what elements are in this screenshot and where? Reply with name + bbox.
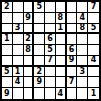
- sudoku-cell-r1c2[interactable]: [13, 2, 24, 13]
- sudoku-cell-r2c4[interactable]: [34, 13, 45, 24]
- sudoku-cell-r5c2[interactable]: [13, 45, 24, 56]
- sudoku-cell-r5c4[interactable]: [34, 45, 45, 56]
- sudoku-given-r7c2[interactable]: 1: [13, 67, 24, 78]
- sudoku-cell-r1c6[interactable]: [56, 2, 67, 13]
- sudoku-cell-r8c6[interactable]: [56, 77, 67, 88]
- sudoku-cell-r3c7[interactable]: [67, 24, 78, 35]
- sudoku-given-r3c9[interactable]: 5: [88, 24, 99, 35]
- sudoku-given-r7c1[interactable]: 5: [2, 67, 13, 78]
- sudoku-cell-r3c4[interactable]: [34, 24, 45, 35]
- sudoku-given-r4c1[interactable]: 1: [2, 34, 13, 45]
- sudoku-cell-r9c5[interactable]: [45, 88, 56, 99]
- sudoku-given-r8c2[interactable]: 4: [13, 77, 24, 88]
- sudoku-cell-r5c6[interactable]: [56, 45, 67, 56]
- sudoku-given-r4c3[interactable]: 2: [24, 34, 35, 45]
- sudoku-cell-r9c8[interactable]: [77, 88, 88, 99]
- sudoku-cell-r9c4[interactable]: [34, 88, 45, 99]
- sudoku-cell-r4c4[interactable]: [34, 34, 45, 45]
- sudoku-cell-r6c2[interactable]: [13, 56, 24, 67]
- sudoku-cell-r6c8[interactable]: [77, 56, 88, 67]
- sudoku-cell-r5c1[interactable]: [2, 45, 13, 56]
- sudoku-cell-r2c9[interactable]: [88, 13, 99, 24]
- sudoku-cell-r6c3[interactable]: [24, 56, 35, 67]
- sudoku-cell-r2c1[interactable]: [2, 13, 13, 24]
- sudoku-given-r2c6[interactable]: 8: [56, 13, 67, 24]
- sudoku-cell-r8c5[interactable]: [45, 77, 56, 88]
- sudoku-given-r1c1[interactable]: 2: [2, 2, 13, 13]
- sudoku-cell-r9c7[interactable]: [67, 88, 78, 99]
- sudoku-cell-r9c3[interactable]: [24, 88, 35, 99]
- sudoku-board-container: 25798431851268567945123497941: [0, 0, 101, 101]
- sudoku-cell-r5c8[interactable]: [77, 45, 88, 56]
- sudoku-given-r5c7[interactable]: 6: [67, 45, 78, 56]
- sudoku-given-r7c8[interactable]: 3: [77, 67, 88, 78]
- sudoku-cell-r6c6[interactable]: [56, 56, 67, 67]
- sudoku-given-r5c3[interactable]: 8: [24, 45, 35, 56]
- sudoku-cell-r4c8[interactable]: [77, 34, 88, 45]
- sudoku-cell-r8c9[interactable]: [88, 77, 99, 88]
- sudoku-cell-r2c7[interactable]: [67, 13, 78, 24]
- sudoku-given-r1c4[interactable]: 5: [34, 2, 45, 13]
- sudoku-cell-r1c3[interactable]: [24, 2, 35, 13]
- sudoku-given-r5c5[interactable]: 5: [45, 45, 56, 56]
- sudoku-given-r9c9[interactable]: 1: [88, 88, 99, 99]
- sudoku-cell-r3c3[interactable]: [24, 24, 35, 35]
- sudoku-cell-r1c7[interactable]: [67, 2, 78, 13]
- sudoku-cell-r7c3[interactable]: [24, 67, 35, 78]
- sudoku-cell-r1c5[interactable]: [45, 2, 56, 13]
- sudoku-cell-r9c2[interactable]: [13, 88, 24, 99]
- sudoku-cell-r2c2[interactable]: [13, 13, 24, 24]
- sudoku-cell-r4c2[interactable]: [13, 34, 24, 45]
- sudoku-cell-r3c1[interactable]: [2, 24, 13, 35]
- sudoku-cell-r4c7[interactable]: [67, 34, 78, 45]
- sudoku-cell-r8c8[interactable]: [77, 77, 88, 88]
- sudoku-cell-r8c1[interactable]: [2, 77, 13, 88]
- sudoku-given-r4c5[interactable]: 6: [45, 34, 56, 45]
- sudoku-cell-r1c8[interactable]: [77, 2, 88, 13]
- sudoku-cell-r8c3[interactable]: [24, 77, 35, 88]
- sudoku-given-r6c9[interactable]: 4: [88, 56, 99, 67]
- sudoku-given-r2c8[interactable]: 4: [77, 13, 88, 24]
- sudoku-cell-r7c7[interactable]: [67, 67, 78, 78]
- sudoku-cell-r6c4[interactable]: [34, 56, 45, 67]
- sudoku-cell-r6c1[interactable]: [2, 56, 13, 67]
- sudoku-board: 25798431851268567945123497941: [0, 0, 101, 101]
- sudoku-given-r8c7[interactable]: 7: [67, 77, 78, 88]
- sudoku-given-r6c5[interactable]: 7: [45, 56, 56, 67]
- sudoku-given-r2c3[interactable]: 9: [24, 13, 35, 24]
- sudoku-cell-r4c9[interactable]: [88, 34, 99, 45]
- sudoku-cell-r5c9[interactable]: [88, 45, 99, 56]
- sudoku-given-r3c2[interactable]: 3: [13, 24, 24, 35]
- sudoku-cell-r4c6[interactable]: [56, 34, 67, 45]
- sudoku-given-r3c8[interactable]: 8: [77, 24, 88, 35]
- sudoku-given-r1c9[interactable]: 7: [88, 2, 99, 13]
- sudoku-given-r8c4[interactable]: 9: [34, 77, 45, 88]
- sudoku-given-r3c6[interactable]: 1: [56, 24, 67, 35]
- sudoku-given-r9c1[interactable]: 9: [2, 88, 13, 99]
- sudoku-cell-r7c6[interactable]: [56, 67, 67, 78]
- sudoku-cell-r7c9[interactable]: [88, 67, 99, 78]
- sudoku-cell-r2c5[interactable]: [45, 13, 56, 24]
- sudoku-cell-r7c5[interactable]: [45, 67, 56, 78]
- sudoku-cell-r3c5[interactable]: [45, 24, 56, 35]
- sudoku-given-r6c7[interactable]: 9: [67, 56, 78, 67]
- sudoku-given-r9c6[interactable]: 4: [56, 88, 67, 99]
- sudoku-given-r7c4[interactable]: 2: [34, 67, 45, 78]
